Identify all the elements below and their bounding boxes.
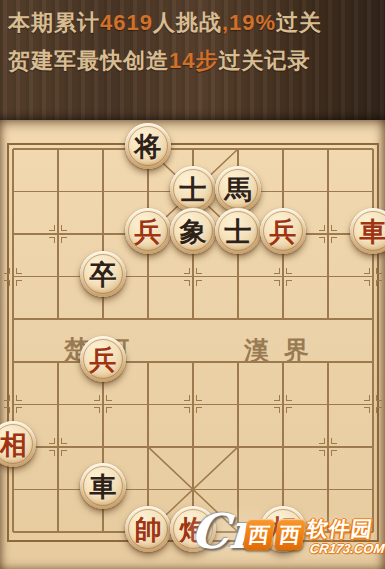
position-marker	[49, 225, 67, 243]
position-marker-corner	[61, 237, 67, 243]
position-marker-corner	[331, 438, 337, 444]
position-marker	[319, 225, 337, 243]
position-marker	[364, 395, 382, 413]
position-marker-corner	[4, 280, 10, 286]
position-marker-corner	[274, 407, 280, 413]
piece-char: 車	[80, 463, 126, 509]
piece-red-車[interactable]: 車	[350, 208, 385, 254]
app-screen: 本期累计4619人挑战,19%过关 贺建军最快创造14步过关记录 楚河 漢界 将…	[0, 0, 385, 569]
position-marker	[319, 438, 337, 456]
position-marker-corner	[364, 395, 370, 401]
grid-file-line	[372, 149, 374, 532]
position-marker-corner	[274, 268, 280, 274]
piece-red-帥[interactable]: 帥	[125, 506, 171, 552]
piece-red-相[interactable]: 相	[0, 421, 36, 467]
position-marker-corner	[319, 237, 325, 243]
position-marker-corner	[319, 450, 325, 456]
position-marker-corner	[49, 225, 55, 231]
piece-char: 卒	[80, 251, 126, 297]
position-marker	[274, 268, 292, 286]
position-marker	[94, 395, 112, 413]
position-marker	[4, 268, 22, 286]
position-marker-corner	[331, 225, 337, 231]
position-marker-corner	[286, 407, 292, 413]
position-marker-corner	[49, 450, 55, 456]
position-marker-corner	[376, 268, 382, 274]
watermark-tile-xi-1: 西	[243, 519, 275, 550]
position-marker-corner	[61, 225, 67, 231]
position-marker-corner	[376, 280, 382, 286]
piece-char: 士	[215, 208, 261, 254]
position-marker-corner	[364, 268, 370, 274]
position-marker-corner	[16, 268, 22, 274]
xiangqi-board[interactable]: 楚河 漢界 将士馬兵象士兵車卒兵相車帥炮相	[0, 0, 385, 569]
position-marker-corner	[376, 395, 382, 401]
position-marker	[274, 395, 292, 413]
position-marker-corner	[196, 395, 202, 401]
position-marker	[184, 268, 202, 286]
piece-char: 兵	[80, 336, 126, 382]
position-marker-corner	[49, 237, 55, 243]
position-marker-corner	[364, 407, 370, 413]
position-marker-corner	[184, 407, 190, 413]
watermark-site-name: 软件园	[305, 515, 375, 543]
position-marker-corner	[184, 268, 190, 274]
position-marker-corner	[184, 395, 190, 401]
piece-char: 馬	[215, 166, 261, 212]
position-marker-corner	[4, 395, 10, 401]
piece-char: 将	[125, 123, 171, 169]
grid-file-line	[12, 149, 14, 532]
position-marker-corner	[274, 395, 280, 401]
position-marker-corner	[16, 395, 22, 401]
piece-char: 兵	[125, 208, 171, 254]
position-marker-corner	[286, 268, 292, 274]
piece-red-兵[interactable]: 兵	[125, 208, 171, 254]
position-marker-corner	[286, 280, 292, 286]
position-marker-corner	[61, 450, 67, 456]
watermark: Cr 西 西 软件园 CR173.COM	[189, 505, 385, 567]
position-marker-corner	[331, 450, 337, 456]
watermark-domain: CR173.COM	[309, 541, 385, 556]
position-marker-corner	[196, 407, 202, 413]
position-marker-corner	[16, 407, 22, 413]
position-marker	[49, 438, 67, 456]
position-marker-corner	[376, 407, 382, 413]
position-marker-corner	[94, 395, 100, 401]
piece-black-象[interactable]: 象	[170, 208, 216, 254]
position-marker-corner	[184, 280, 190, 286]
position-marker	[184, 395, 202, 413]
position-marker-corner	[331, 237, 337, 243]
piece-char: 相	[0, 421, 36, 467]
position-marker-corner	[319, 438, 325, 444]
position-marker-corner	[364, 280, 370, 286]
position-marker-corner	[196, 268, 202, 274]
position-marker-corner	[4, 268, 10, 274]
position-marker-corner	[106, 407, 112, 413]
piece-char: 士	[170, 166, 216, 212]
position-marker-corner	[106, 395, 112, 401]
piece-black-士[interactable]: 士	[170, 166, 216, 212]
piece-black-馬[interactable]: 馬	[215, 166, 261, 212]
piece-black-車[interactable]: 車	[80, 463, 126, 509]
position-marker-corner	[61, 438, 67, 444]
piece-char: 象	[170, 208, 216, 254]
piece-black-士[interactable]: 士	[215, 208, 261, 254]
position-marker-corner	[94, 407, 100, 413]
position-marker-corner	[49, 438, 55, 444]
watermark-tile-xi-2: 西	[274, 519, 306, 550]
position-marker-corner	[274, 280, 280, 286]
position-marker	[4, 395, 22, 413]
piece-char: 車	[350, 208, 385, 254]
piece-black-卒[interactable]: 卒	[80, 251, 126, 297]
position-marker-corner	[196, 280, 202, 286]
position-marker-corner	[4, 407, 10, 413]
position-marker-corner	[16, 280, 22, 286]
piece-black-将[interactable]: 将	[125, 123, 171, 169]
position-marker-corner	[319, 225, 325, 231]
piece-char: 兵	[260, 208, 306, 254]
position-marker	[364, 268, 382, 286]
piece-red-兵[interactable]: 兵	[260, 208, 306, 254]
piece-red-兵[interactable]: 兵	[80, 336, 126, 382]
piece-char: 帥	[125, 506, 171, 552]
position-marker-corner	[286, 395, 292, 401]
